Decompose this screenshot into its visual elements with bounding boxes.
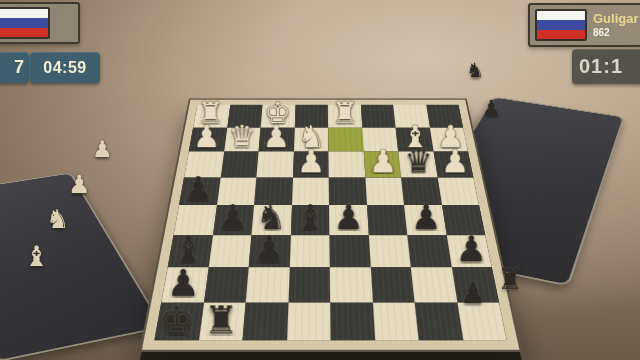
square[interactable]: ♟: [433, 151, 473, 177]
timer-left: 04:59: [30, 52, 100, 83]
square[interactable]: [242, 302, 287, 340]
black-king[interactable]: ♚: [155, 297, 199, 341]
black-pawn[interactable]: ♟: [407, 197, 446, 236]
square[interactable]: [328, 127, 363, 151]
square[interactable]: ♟: [293, 151, 329, 177]
black-queen[interactable]: ♛: [401, 142, 437, 178]
square[interactable]: [328, 151, 364, 177]
black-pawn[interactable]: ♟: [451, 228, 491, 268]
square[interactable]: [246, 267, 289, 302]
black-pawn[interactable]: ♟: [213, 197, 252, 236]
square[interactable]: ♟: [259, 127, 295, 151]
timer-right: 01:1: [572, 49, 640, 84]
square[interactable]: [451, 267, 499, 302]
white-pawn[interactable]: ♟: [293, 142, 329, 178]
square[interactable]: ♟: [329, 205, 368, 235]
black-bishop[interactable]: ♝: [291, 197, 330, 236]
move-counter-box: 7: [0, 52, 29, 83]
square[interactable]: [367, 205, 408, 235]
square[interactable]: ♟: [213, 205, 254, 235]
game-screen: ♜♚♜♟♛♟♞♝♟♟♟♛♟♟♟♞♝♟♟♝♟♟♟♚♜ ♟♟♞♝♞♟♜♟ 460 9…: [0, 0, 640, 360]
white-pawn[interactable]: ♟: [259, 118, 294, 153]
white-queen[interactable]: ♛: [224, 118, 259, 153]
player-plate-right: Guligar 862: [528, 3, 640, 47]
russia-flag-icon-right: [535, 9, 587, 41]
square[interactable]: ♜: [198, 302, 245, 340]
white-pawn[interactable]: ♟: [189, 118, 224, 153]
square[interactable]: ♛: [224, 127, 261, 151]
square[interactable]: [372, 302, 418, 340]
square[interactable]: [365, 177, 404, 205]
square[interactable]: ♟: [363, 151, 401, 177]
board-scene: ♜♚♜♟♛♟♞♝♟♟♟♛♟♟♟♞♝♟♟♝♟♟♟♚♜: [170, 46, 470, 346]
square[interactable]: [289, 235, 330, 267]
square[interactable]: ♟: [249, 235, 291, 267]
player-plate-left: 460 992: [0, 2, 80, 44]
square[interactable]: ♝: [290, 205, 329, 235]
russia-flag-icon-left: [0, 7, 50, 39]
player-right-name: Guligar: [593, 12, 639, 27]
square[interactable]: [330, 267, 373, 302]
square[interactable]: [220, 151, 258, 177]
square[interactable]: [368, 235, 410, 267]
captured-white-pawn: ♟: [92, 136, 113, 162]
square[interactable]: [256, 151, 293, 177]
square[interactable]: [208, 235, 251, 267]
square[interactable]: [329, 235, 370, 267]
player-right-rating: 862: [593, 27, 639, 39]
square[interactable]: ♟: [189, 127, 227, 151]
square[interactable]: [360, 105, 395, 128]
square[interactable]: ♛: [398, 151, 437, 177]
black-pawn[interactable]: ♟: [249, 228, 289, 268]
square[interactable]: [287, 302, 331, 340]
square[interactable]: [330, 302, 374, 340]
square[interactable]: [411, 267, 457, 302]
chess-board[interactable]: ♜♚♜♟♛♟♞♝♟♟♟♛♟♟♟♞♝♟♟♝♟♟♟♚♜: [142, 100, 519, 350]
white-rook[interactable]: ♜: [328, 95, 362, 129]
square[interactable]: [370, 267, 414, 302]
square[interactable]: [415, 302, 463, 340]
black-pawn[interactable]: ♟: [180, 169, 217, 206]
black-rook[interactable]: ♜: [199, 297, 243, 341]
square[interactable]: ♟: [404, 205, 446, 235]
white-pawn[interactable]: ♟: [365, 142, 401, 178]
square[interactable]: [288, 267, 330, 302]
square[interactable]: ♚: [154, 302, 203, 340]
square[interactable]: [407, 235, 451, 267]
square[interactable]: ♟: [446, 235, 492, 267]
black-pawn[interactable]: ♟: [329, 197, 368, 236]
square[interactable]: [457, 302, 507, 340]
captured-tray-left: [0, 172, 164, 360]
square[interactable]: ♜: [328, 105, 362, 128]
white-pawn[interactable]: ♟: [437, 142, 473, 178]
